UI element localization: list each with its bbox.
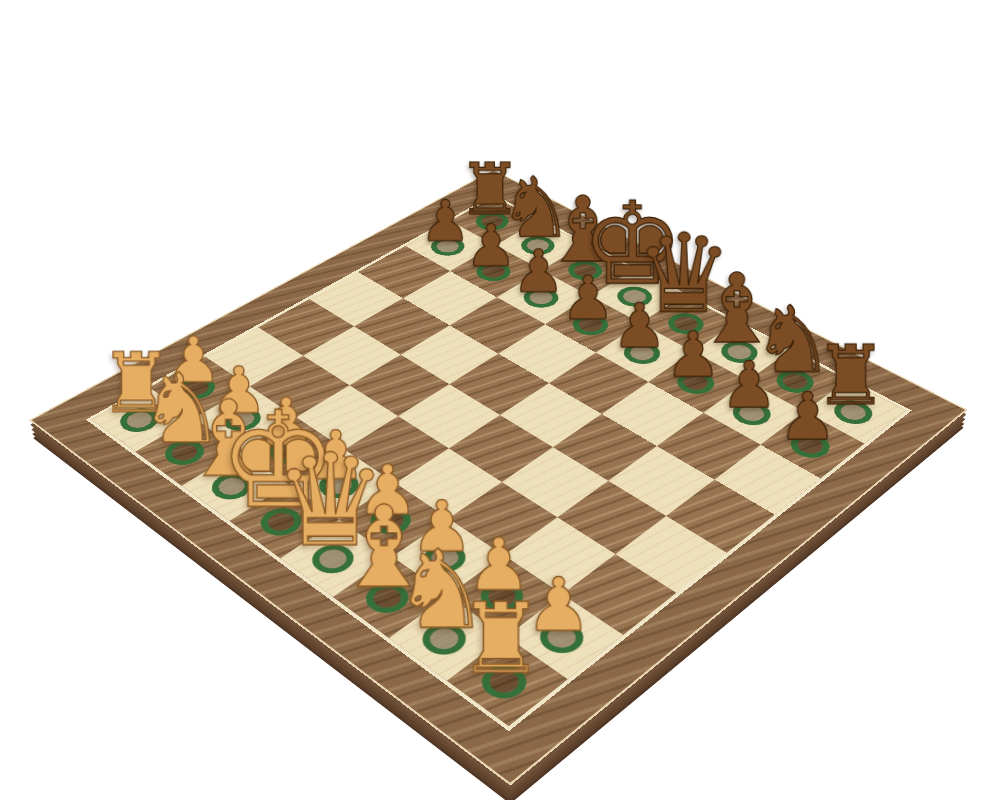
felt-base [419,230,477,262]
chess-board: ♜♞♝♚♛♝♞♜♟♟♟♟♟♟♟♟♟♟♟♟♟♟♟♟♜♞♝♚♛♝♞♜ [29,169,968,785]
felt-base [151,431,218,474]
felt-base [524,610,599,664]
photo-background: ♜♞♝♚♛♝♞♜♟♟♟♟♟♟♟♟♟♟♟♟♟♟♟♟♜♞♝♚♛♝♞♜ [0,0,1000,800]
felt-base [466,653,543,710]
board-frame: ♜♞♝♚♛♝♞♜♟♟♟♟♟♟♟♟♟♟♟♟♟♟♟♟♜♞♝♚♛♝♞♜ [29,169,968,785]
felt-base [256,430,323,473]
felt-base [656,306,717,342]
felt-base [409,533,480,582]
felt-base [305,463,373,508]
felt-base [719,393,784,434]
felt-base [297,534,369,583]
felt-base [198,464,266,509]
felt-base [356,497,426,544]
felt-base [246,498,316,545]
felt-base [407,612,482,667]
felt-base [664,363,728,402]
felt-base [509,229,567,261]
felt-base [107,399,172,440]
felt-base [466,571,539,623]
felt-base [165,368,229,407]
felt-base [351,572,424,624]
board-squares-grid: ♜♞♝♚♛♝♞♜♟♟♟♟♟♟♟♟♟♟♟♟♟♟♟♟♜♞♝♚♛♝♞♜ [86,194,912,731]
felt-base [209,398,274,439]
